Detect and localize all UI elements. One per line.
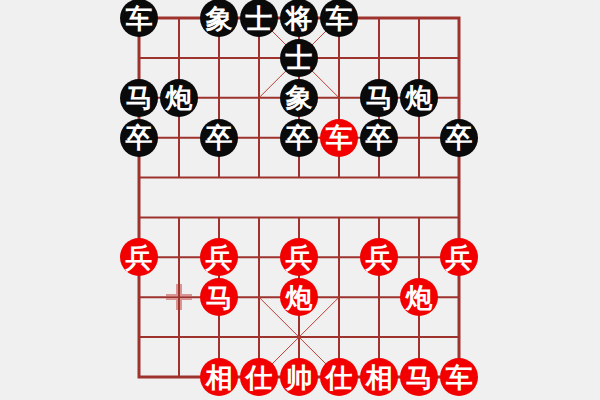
- piece-red-soldier[interactable]: 兵: [440, 238, 478, 276]
- marker-corner-top-right: [180, 284, 192, 296]
- piece-red-elephant[interactable]: 相: [200, 358, 238, 396]
- piece-red-horse[interactable]: 马: [400, 358, 438, 396]
- piece-red-cannon[interactable]: 炮: [280, 278, 318, 316]
- piece-red-soldier[interactable]: 兵: [280, 238, 318, 276]
- piece-black-elephant[interactable]: 象: [200, 0, 238, 37]
- piece-black-advisor[interactable]: 士: [280, 39, 318, 77]
- marker-corner-bottom-left: [166, 298, 178, 310]
- marker-corner-bottom-right: [180, 298, 192, 310]
- piece-black-chariot[interactable]: 车: [120, 0, 158, 37]
- piece-red-soldier[interactable]: 兵: [200, 238, 238, 276]
- piece-red-soldier[interactable]: 兵: [120, 238, 158, 276]
- piece-red-advisor[interactable]: 仕: [240, 358, 278, 396]
- piece-red-horse[interactable]: 马: [200, 278, 238, 316]
- xiangqi-board: 车象士将车士马炮象马炮卒卒卒车卒卒兵兵兵兵兵马炮炮相仕帅仕相马车: [0, 0, 600, 400]
- piece-black-cannon[interactable]: 炮: [400, 79, 438, 117]
- piece-black-cannon[interactable]: 炮: [160, 79, 198, 117]
- marker-corner-top-left: [166, 284, 178, 296]
- piece-black-horse[interactable]: 马: [120, 79, 158, 117]
- piece-red-general[interactable]: 帅: [280, 358, 318, 396]
- piece-black-general[interactable]: 将: [280, 0, 318, 37]
- piece-black-soldier[interactable]: 卒: [440, 119, 478, 157]
- piece-red-cannon[interactable]: 炮: [400, 278, 438, 316]
- piece-black-elephant[interactable]: 象: [280, 79, 318, 117]
- piece-red-chariot[interactable]: 车: [440, 358, 478, 396]
- piece-red-elephant[interactable]: 相: [360, 358, 398, 396]
- piece-black-horse[interactable]: 马: [360, 79, 398, 117]
- piece-black-chariot[interactable]: 车: [320, 0, 358, 37]
- piece-black-soldier[interactable]: 卒: [360, 119, 398, 157]
- piece-black-soldier[interactable]: 卒: [120, 119, 158, 157]
- piece-red-chariot[interactable]: 车: [320, 119, 358, 157]
- piece-red-advisor[interactable]: 仕: [320, 358, 358, 396]
- piece-black-soldier[interactable]: 卒: [280, 119, 318, 157]
- piece-black-advisor[interactable]: 士: [240, 0, 278, 37]
- last-move-origin-marker: [166, 284, 192, 310]
- piece-red-soldier[interactable]: 兵: [360, 238, 398, 276]
- piece-black-soldier[interactable]: 卒: [200, 119, 238, 157]
